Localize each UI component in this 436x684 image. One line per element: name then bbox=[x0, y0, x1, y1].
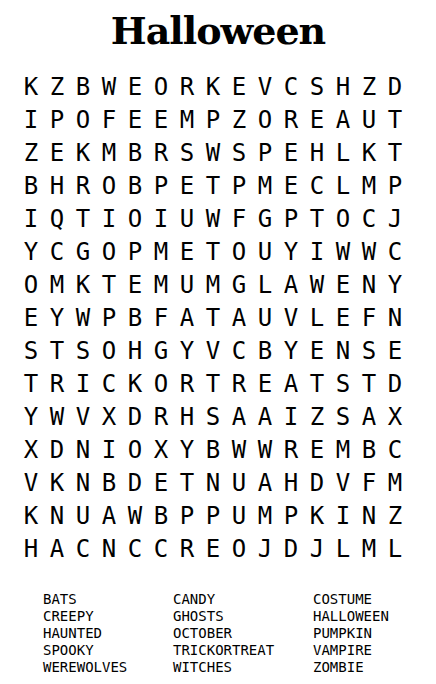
grid-cell: E bbox=[226, 70, 252, 103]
grid-cell: T bbox=[304, 202, 330, 235]
grid-cell: E bbox=[122, 103, 148, 136]
grid-cell: M bbox=[382, 466, 408, 499]
grid-cell: M bbox=[44, 268, 70, 301]
grid-cell: S bbox=[226, 136, 252, 169]
grid-cell: M bbox=[174, 103, 200, 136]
grid-cell: B bbox=[252, 334, 278, 367]
word-list-item: BATS bbox=[43, 591, 173, 608]
grid-cell: T bbox=[200, 301, 226, 334]
grid-cell: O bbox=[96, 169, 122, 202]
grid-cell: V bbox=[278, 301, 304, 334]
grid-cell: I bbox=[330, 499, 356, 532]
grid-cell: Y bbox=[278, 235, 304, 268]
grid-cell: D bbox=[278, 532, 304, 565]
grid-cell: N bbox=[70, 466, 96, 499]
grid-cell: N bbox=[44, 499, 70, 532]
grid-cell: Z bbox=[226, 103, 252, 136]
grid-cell: X bbox=[148, 433, 174, 466]
grid-cell: W bbox=[122, 499, 148, 532]
grid-cell: H bbox=[122, 334, 148, 367]
grid-cell: R bbox=[226, 367, 252, 400]
grid-cell: Y bbox=[44, 301, 70, 334]
grid-cell: C bbox=[382, 433, 408, 466]
grid-cell: W bbox=[356, 235, 382, 268]
grid-cell: P bbox=[122, 235, 148, 268]
grid-cell: C bbox=[304, 169, 330, 202]
grid-cell: F bbox=[226, 202, 252, 235]
grid-cell: N bbox=[356, 268, 382, 301]
grid-cell: B bbox=[122, 169, 148, 202]
grid-cell: E bbox=[174, 169, 200, 202]
grid-cell: T bbox=[382, 103, 408, 136]
grid-cell: W bbox=[70, 301, 96, 334]
grid-cell: O bbox=[148, 367, 174, 400]
grid-cell: H bbox=[174, 400, 200, 433]
grid-cell: G bbox=[226, 268, 252, 301]
grid-cell: U bbox=[226, 466, 252, 499]
grid-cell: U bbox=[252, 235, 278, 268]
grid-cell: A bbox=[96, 499, 122, 532]
grid-cell: R bbox=[174, 70, 200, 103]
grid-cell: B bbox=[18, 169, 44, 202]
grid-cell: B bbox=[148, 499, 174, 532]
grid-cell: Z bbox=[382, 499, 408, 532]
grid-cell: A bbox=[252, 400, 278, 433]
grid-cell: S bbox=[18, 334, 44, 367]
grid-cell: L bbox=[330, 136, 356, 169]
grid-cell: K bbox=[70, 268, 96, 301]
grid-cell: E bbox=[18, 301, 44, 334]
grid-cell: E bbox=[148, 466, 174, 499]
grid-cell: R bbox=[44, 367, 70, 400]
word-list-item: WEREWOLVES bbox=[43, 659, 173, 676]
grid-cell: C bbox=[122, 532, 148, 565]
grid-cell: Z bbox=[304, 400, 330, 433]
grid-cell: E bbox=[200, 532, 226, 565]
grid-cell: I bbox=[96, 433, 122, 466]
grid-cell: T bbox=[356, 367, 382, 400]
word-list: BATSCREEPYHAUNTEDSPOOKYWEREWOLVESCANDYGH… bbox=[0, 591, 436, 676]
grid-cell: T bbox=[200, 169, 226, 202]
grid-cell: P bbox=[226, 169, 252, 202]
grid-cell: E bbox=[148, 103, 174, 136]
grid-cell: H bbox=[278, 466, 304, 499]
grid-cell: I bbox=[304, 235, 330, 268]
grid-cell: B bbox=[70, 70, 96, 103]
grid-cell: O bbox=[70, 103, 96, 136]
grid-cell: A bbox=[226, 301, 252, 334]
grid-cell: U bbox=[70, 499, 96, 532]
grid-cell: W bbox=[96, 70, 122, 103]
grid-cell: S bbox=[330, 400, 356, 433]
grid-cell: P bbox=[252, 136, 278, 169]
grid-cell: R bbox=[174, 532, 200, 565]
grid-cell: P bbox=[278, 202, 304, 235]
grid-cell: C bbox=[382, 235, 408, 268]
grid-cell: D bbox=[122, 466, 148, 499]
grid-cell: E bbox=[304, 334, 330, 367]
grid-cell: V bbox=[18, 466, 44, 499]
grid-cell: E bbox=[122, 70, 148, 103]
grid-cell: N bbox=[70, 433, 96, 466]
grid-cell: E bbox=[44, 136, 70, 169]
grid-cell: I bbox=[70, 367, 96, 400]
grid-cell: W bbox=[304, 268, 330, 301]
grid-cell: E bbox=[122, 268, 148, 301]
grid-cell: L bbox=[330, 532, 356, 565]
grid-cell: M bbox=[356, 532, 382, 565]
word-list-item: HALLOWEEN bbox=[313, 608, 389, 625]
grid-cell: E bbox=[330, 301, 356, 334]
word-list-column: CANDYGHOSTSOCTOBERTRICKORTREATWITCHES bbox=[173, 591, 313, 676]
letter-grid: KZBWEORKEVCSHZDIPOFEEMPZOREAUTZEKMBRSWSP… bbox=[18, 70, 408, 565]
grid-cell: G bbox=[148, 334, 174, 367]
grid-cell: Y bbox=[174, 334, 200, 367]
grid-cell: I bbox=[278, 400, 304, 433]
grid-cell: P bbox=[382, 169, 408, 202]
word-list-item: OCTOBER bbox=[173, 625, 313, 642]
grid-cell: P bbox=[174, 499, 200, 532]
grid-cell: W bbox=[200, 136, 226, 169]
grid-cell: S bbox=[356, 334, 382, 367]
grid-cell: A bbox=[278, 268, 304, 301]
grid-cell: S bbox=[70, 334, 96, 367]
grid-cell: C bbox=[356, 202, 382, 235]
grid-cell: O bbox=[96, 235, 122, 268]
grid-cell: A bbox=[330, 103, 356, 136]
grid-cell: D bbox=[122, 400, 148, 433]
grid-cell: N bbox=[200, 466, 226, 499]
grid-cell: C bbox=[44, 235, 70, 268]
grid-cell: Z bbox=[356, 70, 382, 103]
grid-cell: L bbox=[304, 301, 330, 334]
grid-cell: V bbox=[252, 70, 278, 103]
grid-cell: O bbox=[226, 532, 252, 565]
grid-cell: W bbox=[252, 433, 278, 466]
grid-cell: M bbox=[252, 499, 278, 532]
grid-cell: S bbox=[200, 400, 226, 433]
grid-cell: O bbox=[252, 103, 278, 136]
grid-cell: K bbox=[304, 499, 330, 532]
grid-cell: F bbox=[148, 301, 174, 334]
grid-cell: F bbox=[96, 103, 122, 136]
grid-cell: Y bbox=[278, 334, 304, 367]
grid-cell: T bbox=[200, 367, 226, 400]
grid-cell: G bbox=[70, 235, 96, 268]
grid-cell: H bbox=[330, 70, 356, 103]
grid-cell: O bbox=[330, 202, 356, 235]
grid-cell: I bbox=[148, 202, 174, 235]
grid-cell: Y bbox=[18, 235, 44, 268]
grid-cell: C bbox=[148, 532, 174, 565]
grid-cell: P bbox=[200, 103, 226, 136]
word-list-item: CREEPY bbox=[43, 608, 173, 625]
grid-cell: J bbox=[304, 532, 330, 565]
grid-cell: P bbox=[200, 499, 226, 532]
grid-cell: U bbox=[226, 499, 252, 532]
grid-cell: T bbox=[174, 466, 200, 499]
grid-cell: K bbox=[122, 367, 148, 400]
grid-cell: E bbox=[304, 433, 330, 466]
grid-cell: I bbox=[18, 202, 44, 235]
grid-cell: B bbox=[96, 466, 122, 499]
word-list-item: CANDY bbox=[173, 591, 313, 608]
grid-cell: C bbox=[278, 70, 304, 103]
grid-cell: N bbox=[96, 532, 122, 565]
grid-cell: W bbox=[330, 235, 356, 268]
grid-cell: F bbox=[356, 466, 382, 499]
grid-cell: T bbox=[44, 334, 70, 367]
grid-cell: K bbox=[44, 466, 70, 499]
grid-cell: R bbox=[148, 400, 174, 433]
grid-cell: L bbox=[330, 169, 356, 202]
grid-cell: V bbox=[330, 466, 356, 499]
grid-cell: B bbox=[122, 136, 148, 169]
grid-cell: U bbox=[174, 202, 200, 235]
grid-cell: D bbox=[382, 367, 408, 400]
grid-cell: X bbox=[18, 433, 44, 466]
grid-cell: W bbox=[44, 400, 70, 433]
grid-cell: T bbox=[18, 367, 44, 400]
grid-cell: B bbox=[122, 301, 148, 334]
grid-cell: P bbox=[96, 301, 122, 334]
grid-cell: R bbox=[278, 433, 304, 466]
grid-cell: O bbox=[122, 433, 148, 466]
grid-cell: L bbox=[252, 268, 278, 301]
grid-cell: T bbox=[304, 367, 330, 400]
grid-cell: S bbox=[174, 136, 200, 169]
grid-cell: E bbox=[304, 103, 330, 136]
grid-cell: A bbox=[252, 466, 278, 499]
grid-cell: S bbox=[304, 70, 330, 103]
grid-cell: B bbox=[200, 433, 226, 466]
grid-cell: M bbox=[148, 235, 174, 268]
grid-cell: P bbox=[278, 499, 304, 532]
grid-cell: R bbox=[174, 367, 200, 400]
grid-cell: P bbox=[148, 169, 174, 202]
grid-cell: C bbox=[96, 367, 122, 400]
grid-cell: H bbox=[304, 136, 330, 169]
grid-cell: G bbox=[252, 202, 278, 235]
grid-cell: K bbox=[18, 499, 44, 532]
word-search-worksheet: Halloween KZBWEORKEVCSHZDIPOFEEMPZOREAUT… bbox=[0, 0, 436, 684]
word-list-item: SPOOKY bbox=[43, 642, 173, 659]
grid-cell: Z bbox=[18, 136, 44, 169]
grid-cell: R bbox=[70, 169, 96, 202]
grid-cell: E bbox=[278, 169, 304, 202]
grid-cell: O bbox=[122, 202, 148, 235]
grid-cell: C bbox=[226, 334, 252, 367]
grid-cell: S bbox=[330, 367, 356, 400]
grid-cell: M bbox=[330, 433, 356, 466]
grid-cell: D bbox=[382, 70, 408, 103]
grid-cell: K bbox=[18, 70, 44, 103]
grid-cell: O bbox=[148, 70, 174, 103]
grid-cell: L bbox=[382, 532, 408, 565]
grid-cell: K bbox=[70, 136, 96, 169]
grid-cell: M bbox=[252, 169, 278, 202]
grid-cell: Z bbox=[44, 70, 70, 103]
grid-cell: E bbox=[174, 235, 200, 268]
grid-cell: X bbox=[382, 400, 408, 433]
grid-cell: C bbox=[70, 532, 96, 565]
grid-cell: J bbox=[382, 202, 408, 235]
grid-cell: N bbox=[330, 334, 356, 367]
grid-cell: M bbox=[200, 268, 226, 301]
grid-cell: E bbox=[252, 367, 278, 400]
grid-cell: A bbox=[226, 400, 252, 433]
grid-cell: A bbox=[278, 367, 304, 400]
grid-cell: A bbox=[174, 301, 200, 334]
grid-cell: Y bbox=[382, 268, 408, 301]
grid-cell: M bbox=[148, 268, 174, 301]
grid-cell: I bbox=[96, 202, 122, 235]
word-list-item: PUMPKIN bbox=[313, 625, 389, 642]
word-list-item: TRICKORTREAT bbox=[173, 642, 313, 659]
grid-cell: F bbox=[356, 301, 382, 334]
grid-cell: N bbox=[382, 301, 408, 334]
grid-cell: U bbox=[356, 103, 382, 136]
grid-cell: U bbox=[174, 268, 200, 301]
grid-cell: D bbox=[304, 466, 330, 499]
grid-cell: A bbox=[44, 532, 70, 565]
grid-cell: W bbox=[200, 202, 226, 235]
grid-cell: H bbox=[44, 169, 70, 202]
grid-cell: K bbox=[200, 70, 226, 103]
grid-cell: H bbox=[18, 532, 44, 565]
grid-cell: M bbox=[356, 169, 382, 202]
grid-cell: R bbox=[148, 136, 174, 169]
grid-cell: W bbox=[226, 433, 252, 466]
grid-cell: I bbox=[18, 103, 44, 136]
word-list-item: COSTUME bbox=[313, 591, 389, 608]
grid-cell: R bbox=[278, 103, 304, 136]
grid-cell: A bbox=[356, 400, 382, 433]
grid-cell: E bbox=[382, 334, 408, 367]
grid-cell: J bbox=[252, 532, 278, 565]
grid-cell: Q bbox=[44, 202, 70, 235]
grid-cell: M bbox=[96, 136, 122, 169]
grid-cell: X bbox=[96, 400, 122, 433]
grid-cell: Y bbox=[174, 433, 200, 466]
word-list-column: COSTUMEHALLOWEENPUMPKINVAMPIREZOMBIE bbox=[313, 591, 389, 676]
grid-cell: T bbox=[382, 136, 408, 169]
grid-cell: P bbox=[44, 103, 70, 136]
grid-cell: V bbox=[70, 400, 96, 433]
word-list-item: GHOSTS bbox=[173, 608, 313, 625]
grid-cell: B bbox=[356, 433, 382, 466]
grid-cell: T bbox=[96, 268, 122, 301]
word-list-item: VAMPIRE bbox=[313, 642, 389, 659]
word-list-item: HAUNTED bbox=[43, 625, 173, 642]
grid-cell: V bbox=[200, 334, 226, 367]
grid-cell: U bbox=[252, 301, 278, 334]
grid-cell: T bbox=[70, 202, 96, 235]
word-list-column: BATSCREEPYHAUNTEDSPOOKYWEREWOLVES bbox=[43, 591, 173, 676]
grid-cell: O bbox=[96, 334, 122, 367]
grid-cell: O bbox=[18, 268, 44, 301]
grid-cell: O bbox=[226, 235, 252, 268]
grid-cell: E bbox=[278, 136, 304, 169]
grid-cell: K bbox=[356, 136, 382, 169]
word-list-item: ZOMBIE bbox=[313, 659, 389, 676]
grid-cell: Y bbox=[18, 400, 44, 433]
grid-cell: T bbox=[200, 235, 226, 268]
puzzle-title: Halloween bbox=[0, 0, 436, 62]
grid-cell: N bbox=[356, 499, 382, 532]
grid-cell: D bbox=[44, 433, 70, 466]
word-list-item: WITCHES bbox=[173, 659, 313, 676]
grid-cell: E bbox=[330, 268, 356, 301]
